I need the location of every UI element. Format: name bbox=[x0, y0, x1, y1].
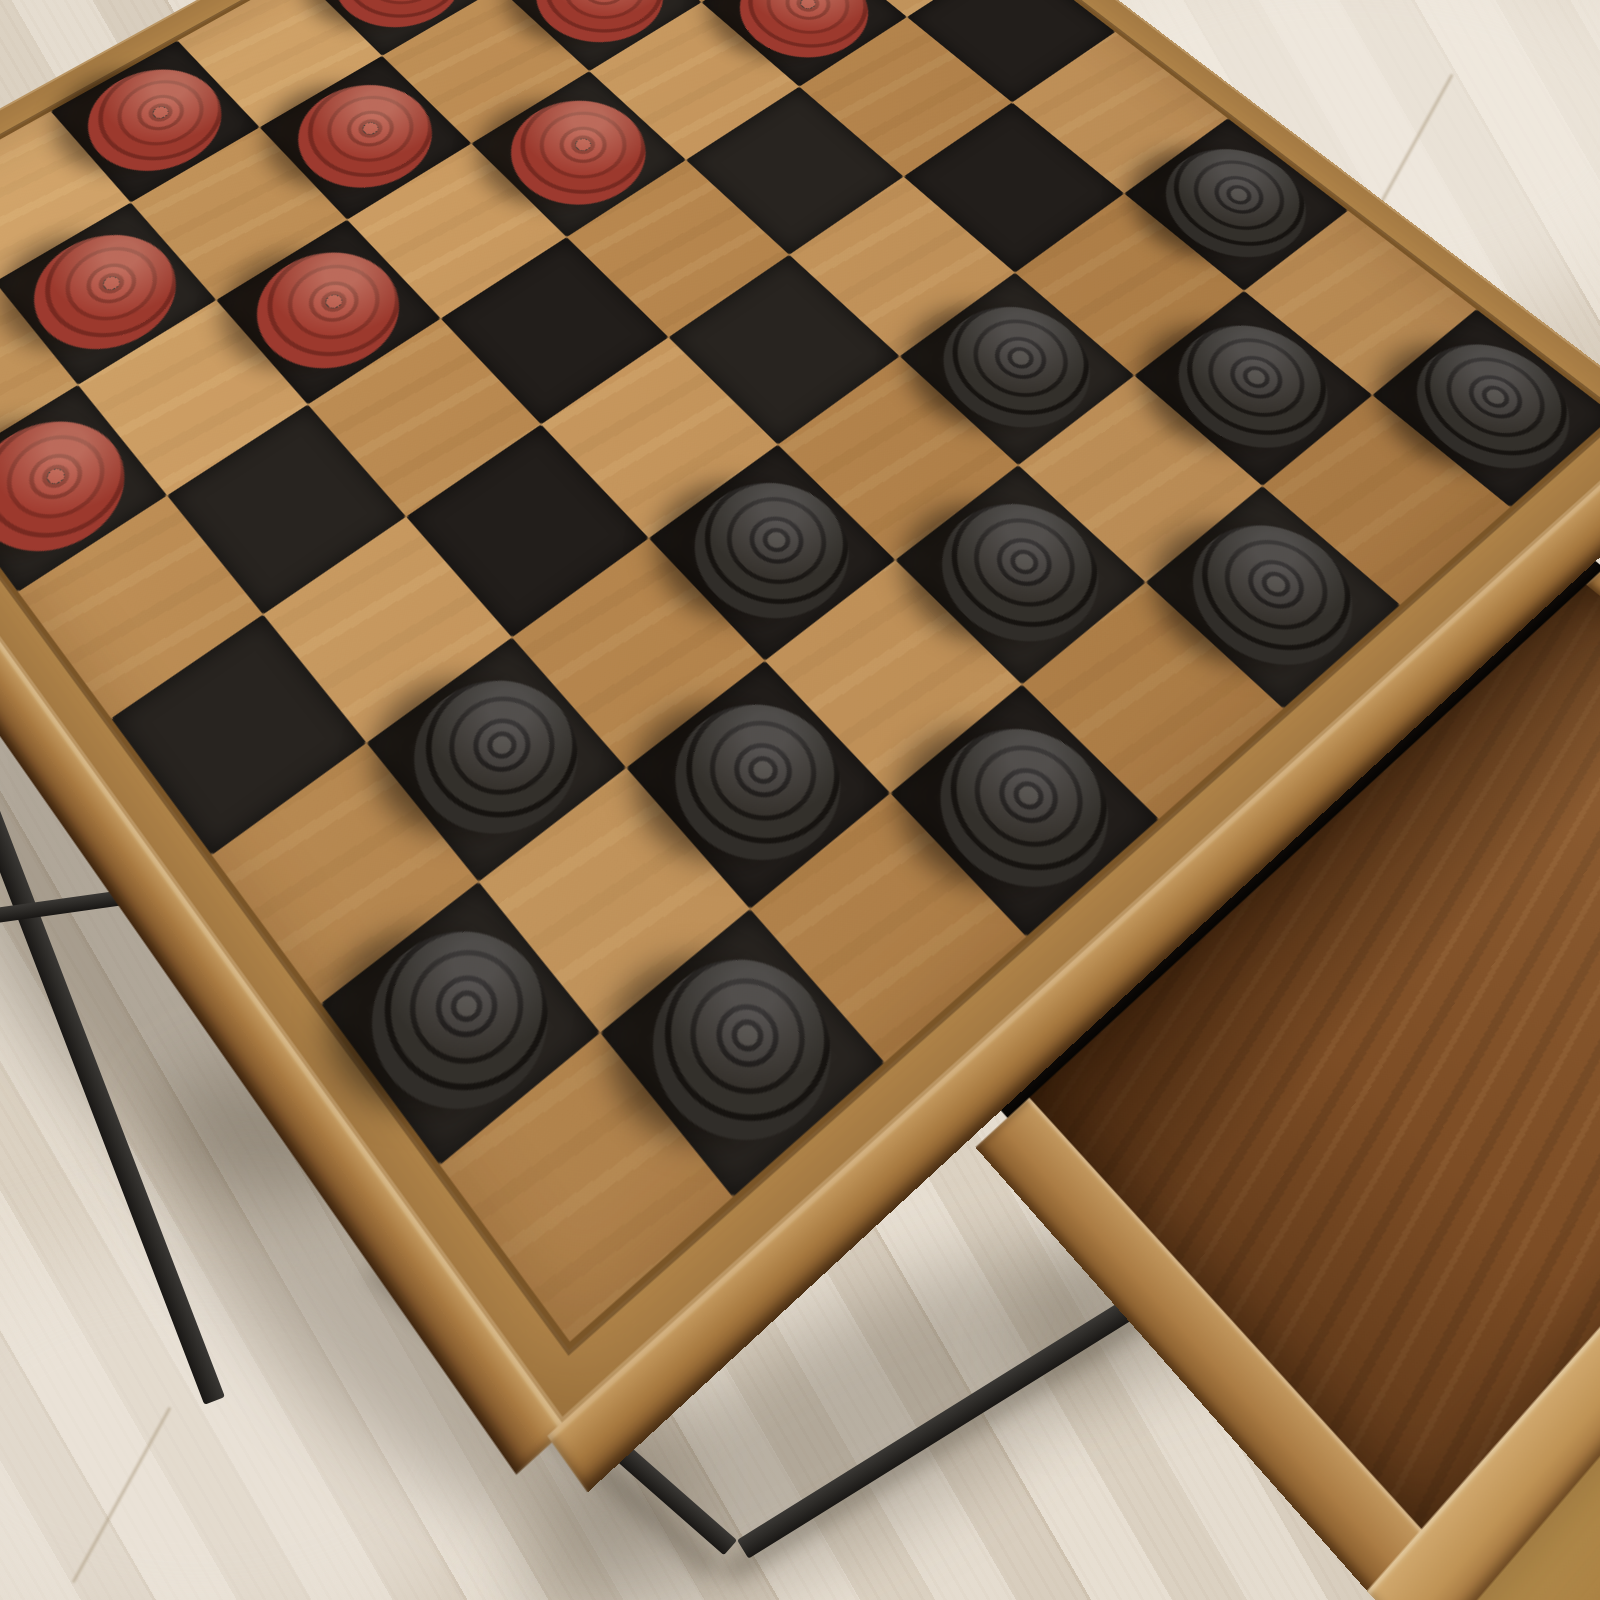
checkers-table-scene bbox=[0, 0, 1600, 1600]
